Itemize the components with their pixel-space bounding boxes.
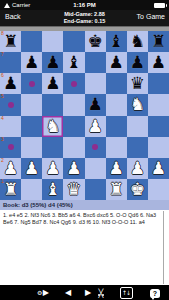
flip-board-button[interactable]: ↑↓ [118,285,134,300]
square-b4[interactable] [21,116,42,137]
rank-label-4: 4 [1,116,4,121]
legal-move-dot[interactable] [71,81,77,87]
square-c5[interactable] [42,94,63,115]
scrollbar[interactable] [163,211,164,284]
to-game-button[interactable]: To Game [137,13,165,20]
square-a4[interactable]: 4 [0,116,21,137]
rank-label-6: 6 [1,73,4,78]
square-h4[interactable] [148,116,169,137]
white-pawn[interactable]: ♟ [63,158,84,179]
black-pawn[interactable]: ♟ [127,52,148,73]
rank-label-5: 5 [1,94,4,99]
scissors-icon: ╳ [99,289,104,298]
battery-icon [154,3,165,8]
rank-label-1: 1 [1,179,4,184]
bottom-toolbar: ⚙ ▶ ◀ ▶ ╳ ↑↓ ? [0,285,169,300]
legal-move-dot[interactable] [92,144,98,150]
white-queen[interactable]: ♛ [63,179,84,200]
white-pawn[interactable]: ♟ [127,158,148,179]
black-knight[interactable]: ♞ [127,31,148,52]
square-b1[interactable] [21,179,42,200]
engine-move-button[interactable]: ⚙ ▶ [33,285,53,300]
square-g2[interactable]: ♟ [127,158,148,179]
clock-label: 1:16 PM [0,0,169,10]
square-e5[interactable]: ♟ [85,94,106,115]
truncate-moves-button[interactable]: ╳ [93,285,109,300]
square-b6[interactable] [21,73,42,94]
help-button[interactable]: ? [147,285,163,300]
rank-label-8: 8 [1,31,4,36]
square-h8[interactable]: ♜ [148,31,169,52]
square-g8[interactable]: ♞ [127,31,148,52]
square-f2[interactable]: ♟ [106,158,127,179]
square-f6[interactable] [106,73,127,94]
rank-label-2: 2 [1,158,4,163]
square-a6[interactable]: 6♟ [0,73,21,94]
square-c3[interactable] [42,137,63,158]
square-f4[interactable] [106,116,127,137]
black-bishop[interactable]: ♝ [63,52,84,73]
square-d5[interactable] [63,94,84,115]
black-rook[interactable]: ♜ [148,31,169,52]
square-a1[interactable]: 1♜ [0,179,21,200]
white-knight[interactable]: ♞ [42,116,63,137]
square-h1[interactable] [148,179,169,200]
forward-arrow-icon: ▶ [85,285,91,300]
square-b2[interactable]: ♟ [21,158,42,179]
square-g1[interactable]: ♚ [127,179,148,200]
previous-move-button[interactable]: ◀ [60,285,76,300]
square-g6[interactable]: ♛ [127,73,148,94]
square-f1[interactable]: ♜ [106,179,127,200]
square-e1[interactable] [85,179,106,200]
square-c2[interactable]: ♟ [42,158,63,179]
square-d3[interactable] [63,137,84,158]
square-e4[interactable]: ♟ [85,116,106,137]
help-icon: ? [150,289,160,298]
square-b3[interactable] [21,137,42,158]
square-d1[interactable]: ♛ [63,179,84,200]
white-bishop[interactable]: ♝ [42,179,63,200]
black-queen[interactable]: ♛ [127,73,148,94]
black-pawn[interactable]: ♟ [42,52,63,73]
square-e2[interactable] [85,158,106,179]
chess-app-screen: Carrier 1:16 PM Back Mid-Game: 2.88 End-… [0,0,169,300]
square-c8[interactable] [42,31,63,52]
flip-board-icon: ↑↓ [120,287,133,299]
black-bishop[interactable]: ♝ [106,31,127,52]
legal-move-dot[interactable] [29,81,35,87]
square-e6[interactable] [85,73,106,94]
move-list-text: 1. e4 e5 2. Nf3 Nc6 3. Bb5 a6 4. Bxc6 dx… [0,210,169,225]
square-b5[interactable] [21,94,42,115]
gear-icon: ⚙ [37,285,42,300]
black-pawn[interactable]: ♟ [85,94,106,115]
square-e3[interactable] [85,137,106,158]
square-h5[interactable] [148,94,169,115]
square-a8[interactable]: 8♜ [0,31,21,52]
white-pawn[interactable]: ♟ [148,158,169,179]
square-c6[interactable]: ♟ [42,73,63,94]
square-f8[interactable]: ♝ [106,31,127,52]
square-c7[interactable]: ♟ [42,52,63,73]
square-g5[interactable]: ♞ [127,94,148,115]
square-h2[interactable]: ♟ [148,158,169,179]
square-d2[interactable]: ♟ [63,158,84,179]
white-knight[interactable]: ♞ [127,94,148,115]
square-d7[interactable]: ♝ [63,52,84,73]
chess-board: 8♜♚♝♞♜7♟♟♝♟♟♟6♟♟♛5♟♞4♞♟32♟♟♟♟♟♟♟1♜♝♛♜♚ [0,31,169,200]
square-a3[interactable]: 3 [0,137,21,158]
white-pawn[interactable]: ♟ [42,158,63,179]
square-h6[interactable] [148,73,169,94]
white-king[interactable]: ♚ [127,179,148,200]
legal-move-dot[interactable] [8,102,14,108]
square-d4[interactable] [63,116,84,137]
black-pawn[interactable]: ♟ [42,73,63,94]
rank-label-3: 3 [1,137,4,142]
black-pawn[interactable]: ♟ [106,52,127,73]
square-b7[interactable]: ♟ [21,52,42,73]
square-a2[interactable]: 2♟ [0,158,21,179]
back-arrow-icon: ◀ [65,285,71,300]
white-pawn[interactable]: ♟ [21,158,42,179]
square-d8[interactable] [63,31,84,52]
square-f7[interactable]: ♟ [106,52,127,73]
white-pawn[interactable]: ♟ [106,158,127,179]
white-rook[interactable]: ♜ [106,179,127,200]
square-g4[interactable] [127,116,148,137]
legal-move-dot[interactable] [8,144,14,150]
square-f3[interactable] [106,137,127,158]
square-b8[interactable] [21,31,42,52]
square-g7[interactable]: ♟ [127,52,148,73]
rank-label-7: 7 [1,52,4,57]
black-pawn[interactable]: ♟ [21,52,42,73]
square-f5[interactable] [106,94,127,115]
square-e8[interactable]: ♚ [85,31,106,52]
square-h3[interactable] [148,137,169,158]
square-g3[interactable] [127,137,148,158]
status-bar: Carrier 1:16 PM [0,0,169,10]
square-e7[interactable] [85,52,106,73]
square-a5[interactable]: 5 [0,94,21,115]
square-d6[interactable] [63,73,84,94]
move-list-panel[interactable]: 1. e4 e5 2. Nf3 Nc6 3. Bb5 a6 4. Bxc6 dx… [0,210,169,285]
book-bar: Book: d3 (55%) d4 (45%) [0,200,169,210]
square-c4[interactable]: ♞ [42,116,63,137]
square-h7[interactable]: ♟ [148,52,169,73]
play-icon: ▶ [43,285,49,300]
nav-bar: Back Mid-Game: 2.88 End-Game: 0.15 To Ga… [0,10,169,26]
black-pawn[interactable]: ♟ [148,52,169,73]
square-c1[interactable]: ♝ [42,179,63,200]
white-pawn[interactable]: ♟ [85,116,106,137]
black-king[interactable]: ♚ [85,31,106,52]
square-a7[interactable]: 7 [0,52,21,73]
